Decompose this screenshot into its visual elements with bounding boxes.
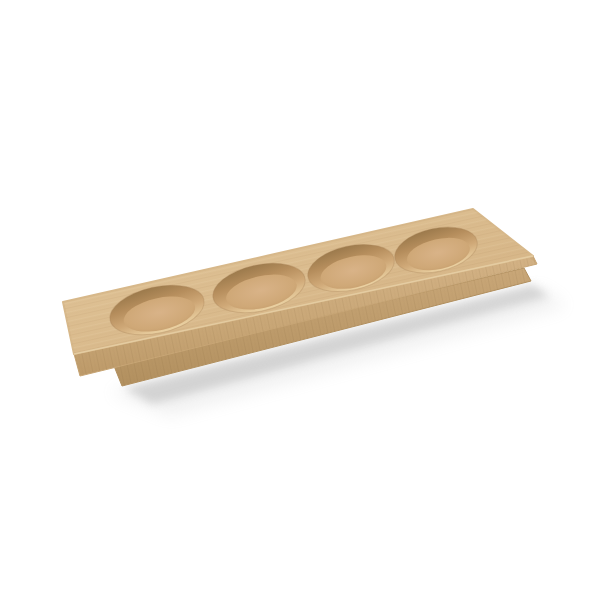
product-stage <box>0 0 600 600</box>
wooden-tray-photo <box>0 0 600 600</box>
